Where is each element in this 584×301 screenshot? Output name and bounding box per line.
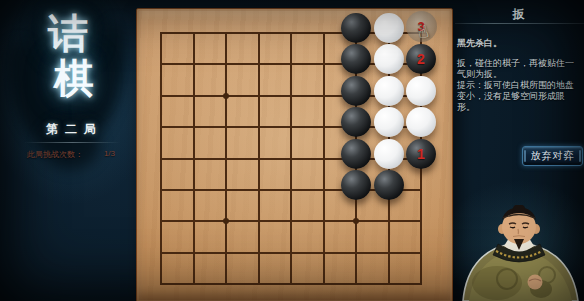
board-cell[interactable]: [307, 237, 340, 268]
title-divider: [455, 23, 584, 24]
board-cell[interactable]: 1: [405, 143, 438, 174]
white-stone: [374, 13, 404, 43]
board-cell[interactable]: [340, 206, 373, 237]
board-cells: 3☝21: [145, 17, 438, 300]
white-stone: [406, 107, 436, 137]
board-cell[interactable]: [242, 143, 275, 174]
board-cell[interactable]: [177, 17, 210, 48]
board-cell[interactable]: [275, 143, 308, 174]
board-cell[interactable]: [242, 237, 275, 268]
white-stone: [374, 44, 404, 74]
stage-divider: [24, 142, 120, 143]
board-cell[interactable]: [242, 80, 275, 111]
board-cell[interactable]: [307, 49, 340, 80]
board-cell[interactable]: [177, 80, 210, 111]
board-cell[interactable]: [405, 174, 438, 205]
board-cell[interactable]: [307, 143, 340, 174]
move-number-label: 2: [406, 44, 436, 74]
board-cell[interactable]: [145, 49, 178, 80]
attempts-label: 此局挑战次数：: [27, 149, 83, 160]
npc-portrait: [455, 205, 584, 301]
board-cell[interactable]: [275, 49, 308, 80]
white-stone: [406, 76, 436, 106]
board-cell[interactable]: [177, 206, 210, 237]
board-cell[interactable]: [242, 49, 275, 80]
board-cell[interactable]: [210, 143, 243, 174]
white-stone: [374, 139, 404, 169]
board-cell[interactable]: [145, 268, 178, 299]
board-cell[interactable]: [275, 17, 308, 48]
rule-title: 扳: [455, 6, 584, 23]
black-stone: [341, 139, 371, 169]
board-cell[interactable]: [372, 237, 405, 268]
board-cell[interactable]: [307, 17, 340, 48]
attempts-value: 1/3: [104, 149, 115, 160]
stage-title: 第二局: [6, 121, 136, 138]
board-cell[interactable]: [307, 80, 340, 111]
hint-text: 提示：扳可使白棋所围的地盘变小，没有足够空间形成眼形。: [457, 80, 581, 113]
board-cell[interactable]: [242, 111, 275, 142]
board-cell[interactable]: [145, 143, 178, 174]
board-cell[interactable]: [210, 206, 243, 237]
game-logo: 诘 棋: [36, 10, 100, 100]
black-stone: [341, 76, 371, 106]
board-cell[interactable]: [275, 237, 308, 268]
board-cell[interactable]: [177, 49, 210, 80]
black-stone: [341, 170, 371, 200]
board-cell[interactable]: [177, 237, 210, 268]
board-cell[interactable]: [372, 174, 405, 205]
board-cell[interactable]: [145, 80, 178, 111]
board-cell[interactable]: [242, 17, 275, 48]
board-cell[interactable]: [307, 111, 340, 142]
board-cell[interactable]: [307, 268, 340, 299]
board-cell[interactable]: [307, 206, 340, 237]
board-cell[interactable]: [210, 237, 243, 268]
go-board[interactable]: 3☝21: [136, 8, 453, 301]
black-stone: [341, 13, 371, 43]
board-cell[interactable]: [405, 237, 438, 268]
white-stone: [374, 76, 404, 106]
board-cell[interactable]: [177, 143, 210, 174]
move-number-label: 1: [406, 139, 436, 169]
black-stone: [341, 107, 371, 137]
board-cell[interactable]: [372, 206, 405, 237]
board-cell[interactable]: [340, 174, 373, 205]
definition-text: 扳，碰住的棋子，再被贴住一气则为扳。: [457, 58, 581, 80]
board-cell[interactable]: [242, 174, 275, 205]
board-cell[interactable]: [405, 268, 438, 299]
board-cell[interactable]: [242, 206, 275, 237]
board-cell[interactable]: [405, 206, 438, 237]
board-cell[interactable]: [145, 237, 178, 268]
game-screen: 诘 棋 第二局 此局挑战次数： 1/3 3☝21 扳 黑先杀白。 扳，碰住的棋子…: [0, 0, 584, 301]
board-cell[interactable]: [340, 268, 373, 299]
attempts-counter: 此局挑战次数： 1/3: [27, 149, 115, 160]
logo-char: 棋: [48, 55, 100, 100]
black-stone: 2: [406, 44, 436, 74]
board-cell[interactable]: [307, 174, 340, 205]
objective-text: 黑先杀白。: [457, 38, 581, 49]
white-stone: [374, 107, 404, 137]
board-cell[interactable]: [177, 111, 210, 142]
board-cell[interactable]: [210, 111, 243, 142]
board-cell[interactable]: [340, 237, 373, 268]
board-cell[interactable]: [177, 174, 210, 205]
board-cell[interactable]: [210, 17, 243, 48]
board-cell[interactable]: [275, 206, 308, 237]
board-cell[interactable]: [372, 268, 405, 299]
board-cell[interactable]: [145, 17, 178, 48]
board-cell[interactable]: [275, 111, 308, 142]
board-cell[interactable]: [145, 206, 178, 237]
board-cell[interactable]: [145, 174, 178, 205]
board-cell[interactable]: [210, 80, 243, 111]
board-cell[interactable]: [242, 268, 275, 299]
board-cell[interactable]: [275, 268, 308, 299]
black-stone: [374, 170, 404, 200]
black-stone: [341, 44, 371, 74]
forfeit-button[interactable]: 放弃对弈: [522, 146, 583, 166]
board-cell[interactable]: [145, 111, 178, 142]
board-cell[interactable]: [210, 49, 243, 80]
board-cell[interactable]: [177, 268, 210, 299]
board-cell[interactable]: [275, 80, 308, 111]
board-cell[interactable]: [210, 174, 243, 205]
board-cell[interactable]: [275, 174, 308, 205]
black-stone: 1: [406, 139, 436, 169]
logo-char: 诘: [36, 10, 100, 55]
board-cell[interactable]: [210, 268, 243, 299]
